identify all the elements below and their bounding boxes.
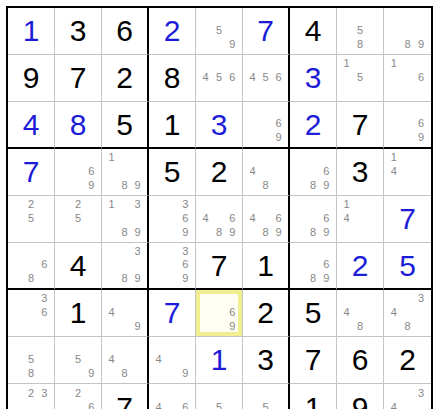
pencil-marks-r5c2: 25 — [55, 196, 101, 242]
cell-r7c6[interactable]: 2 — [243, 290, 290, 337]
candidate-9-r5c3: 9 — [131, 225, 144, 239]
cell-r4c3[interactable]: 189 — [102, 149, 149, 196]
candidate-5-r2c8: 5 — [353, 71, 366, 85]
cell-r5c4[interactable]: 369 — [149, 196, 196, 243]
entered-digit-r1c1: 1 — [23, 16, 40, 46]
candidate-4-r2c6: 4 — [246, 71, 259, 85]
candidate-6-r2c9: 6 — [414, 71, 428, 85]
pencil-marks-r6c7: 689 — [290, 243, 336, 288]
pencil-marks-r7c1: 36 — [8, 290, 54, 336]
given-digit-r3c8: 7 — [352, 110, 369, 140]
candidate-8-r7c8: 8 — [353, 319, 366, 333]
candidate-6-r5c4: 6 — [179, 212, 192, 226]
sudoku-board: 1362597458899728456456315164851369276976… — [6, 6, 433, 409]
cell-r3c1[interactable]: 4 — [8, 102, 55, 149]
candidate-8-r1c8: 8 — [353, 37, 366, 51]
cell-r2c6[interactable]: 456 — [243, 55, 290, 102]
given-digit-r2c1: 9 — [23, 63, 40, 93]
pencil-marks-r6c4: 369 — [149, 243, 195, 288]
candidate-9-r1c5: 9 — [226, 37, 239, 51]
candidate-8-r4c3: 8 — [118, 178, 131, 192]
cell-r4c2[interactable]: 69 — [55, 149, 102, 196]
candidate-9-r5c4: 9 — [179, 225, 192, 239]
given-digit-r4c5: 2 — [211, 157, 228, 187]
cell-r1c8[interactable]: 58 — [337, 8, 384, 55]
cell-r9c8[interactable]: 9 — [337, 384, 384, 409]
entered-digit-r3c5: 3 — [211, 110, 228, 140]
candidate-6-r9c2: 6 — [85, 400, 98, 409]
candidate-8-r6c3: 8 — [118, 272, 131, 285]
cell-r1c1[interactable]: 1 — [8, 8, 55, 55]
candidate-1-r5c8: 1 — [340, 198, 353, 212]
cell-r1c9[interactable]: 89 — [384, 8, 431, 55]
cell-r4c8[interactable]: 3 — [337, 149, 384, 196]
given-digit-r3c4: 1 — [164, 110, 181, 140]
candidate-8-r4c6: 8 — [259, 178, 272, 192]
cell-r3c7[interactable]: 2 — [290, 102, 337, 149]
cell-r2c9[interactable]: 16 — [384, 55, 431, 102]
cell-r9c5[interactable]: 5 — [196, 384, 243, 409]
candidate-3-r6c4: 3 — [179, 245, 192, 258]
candidate-9-r4c7: 9 — [320, 178, 333, 192]
cell-r1c7[interactable]: 4 — [290, 8, 337, 55]
candidate-5-r2c6: 5 — [259, 71, 272, 85]
cell-r2c1[interactable]: 9 — [8, 55, 55, 102]
cell-r6c6[interactable]: 1 — [243, 243, 290, 290]
candidate-6-r3c9: 6 — [414, 117, 428, 130]
pencil-marks-r9c2: 26 — [55, 384, 101, 409]
pencil-marks-r4c2: 69 — [55, 149, 101, 195]
cell-r6c8[interactable]: 2 — [337, 243, 384, 290]
candidate-4-r5c8: 4 — [340, 212, 353, 226]
pencil-marks-r5c3: 1389 — [102, 196, 147, 242]
pencil-marks-r5c1: 25 — [8, 196, 54, 242]
cell-r8c2[interactable]: 59 — [55, 337, 102, 384]
cell-r2c4[interactable]: 8 — [149, 55, 196, 102]
candidate-1-r2c8: 1 — [340, 57, 353, 71]
candidate-8-r5c5: 8 — [212, 225, 225, 239]
candidate-1-r4c9: 1 — [387, 151, 401, 165]
cell-r5c1[interactable]: 25 — [8, 196, 55, 243]
entered-digit-r6c8: 2 — [352, 251, 369, 281]
cell-r2c2[interactable]: 7 — [55, 55, 102, 102]
cell-r8c7[interactable]: 7 — [290, 337, 337, 384]
candidate-9-r8c4: 9 — [179, 366, 192, 380]
cell-r8c3[interactable]: 48 — [102, 337, 149, 384]
given-digit-r6c2: 4 — [70, 251, 87, 281]
cell-r5c9[interactable]: 7 — [384, 196, 431, 243]
candidate-8-r5c3: 8 — [118, 225, 131, 239]
given-digit-r7c6: 2 — [257, 298, 274, 328]
candidate-4-r4c6: 4 — [246, 165, 259, 179]
candidate-6-r4c7: 6 — [320, 165, 333, 179]
pencil-marks-r4c6: 48 — [243, 149, 288, 195]
candidate-9-r6c4: 9 — [179, 272, 192, 285]
pencil-marks-r4c9: 14 — [384, 149, 431, 195]
pencil-marks-r9c1: 23 — [8, 384, 54, 409]
pencil-marks-r7c3: 49 — [102, 290, 147, 336]
candidate-6-r6c1: 6 — [38, 258, 51, 271]
given-digit-r7c7: 5 — [305, 298, 322, 328]
given-digit-r2c4: 8 — [164, 63, 181, 93]
cell-r5c8[interactable]: 14 — [337, 196, 384, 243]
given-digit-r1c3: 6 — [116, 16, 133, 46]
pencil-marks-r8c2: 59 — [55, 337, 101, 383]
entered-digit-r4c1: 7 — [23, 157, 40, 187]
cell-r3c9[interactable]: 69 — [384, 102, 431, 149]
candidate-6-r7c5: 6 — [226, 306, 239, 320]
cell-r5c6[interactable]: 4689 — [243, 196, 290, 243]
given-digit-r3c3: 5 — [116, 110, 133, 140]
cell-r8c5[interactable]: 1 — [196, 337, 243, 384]
cell-r9c3[interactable]: 7 — [102, 384, 149, 409]
entered-digit-r3c7: 2 — [305, 110, 322, 140]
candidate-5-r8c1: 5 — [24, 353, 37, 367]
cell-r7c7[interactable]: 5 — [290, 290, 337, 337]
cell-r7c4[interactable]: 7 — [149, 290, 196, 337]
candidate-9-r1c9: 9 — [414, 37, 428, 51]
pencil-marks-r3c6: 69 — [243, 102, 288, 147]
cell-r5c5[interactable]: 4689 — [196, 196, 243, 243]
candidate-9-r8c2: 9 — [85, 366, 98, 380]
given-digit-r8c7: 7 — [305, 345, 322, 375]
candidate-4-r7c8: 4 — [340, 306, 353, 320]
cell-r8c8[interactable]: 6 — [337, 337, 384, 384]
candidate-3-r7c9: 3 — [414, 292, 428, 306]
given-digit-r2c2: 7 — [70, 63, 87, 93]
given-digit-r4c4: 5 — [164, 157, 181, 187]
entered-digit-r1c6: 7 — [257, 16, 274, 46]
candidate-8-r4c7: 8 — [306, 178, 319, 192]
candidate-3-r9c9: 3 — [414, 386, 428, 400]
candidate-8-r8c1: 8 — [24, 366, 37, 380]
pencil-marks-r2c5: 456 — [196, 55, 242, 101]
candidate-6-r5c5: 6 — [226, 212, 239, 226]
cell-r8c9[interactable]: 2 — [384, 337, 431, 384]
candidate-8-r6c7: 8 — [306, 272, 319, 285]
candidate-6-r5c6: 6 — [272, 212, 285, 226]
cell-r9c1[interactable]: 23 — [8, 384, 55, 409]
pencil-marks-r7c9: 348 — [384, 290, 431, 336]
entered-digit-r3c1: 4 — [23, 110, 40, 140]
candidate-4-r5c5: 4 — [199, 212, 212, 226]
cell-r7c3[interactable]: 49 — [102, 290, 149, 337]
candidate-5-r9c6: 5 — [259, 400, 272, 409]
entered-digit-r1c4: 2 — [164, 16, 181, 46]
candidate-6-r3c6: 6 — [272, 117, 285, 130]
cell-r7c8[interactable]: 48 — [337, 290, 384, 337]
cell-r4c1[interactable]: 7 — [8, 149, 55, 196]
pencil-marks-r9c9: 34 — [384, 384, 431, 409]
cell-r3c6[interactable]: 69 — [243, 102, 290, 149]
cell-r9c9[interactable]: 34 — [384, 384, 431, 409]
given-digit-r6c5: 7 — [211, 251, 228, 281]
cell-r8c4[interactable]: 49 — [149, 337, 196, 384]
cell-r6c1[interactable]: 68 — [8, 243, 55, 290]
pencil-marks-r8c3: 48 — [102, 337, 147, 383]
candidate-1-r5c3: 1 — [105, 198, 118, 212]
given-digit-r2c3: 2 — [116, 63, 133, 93]
cell-r6c7[interactable]: 689 — [290, 243, 337, 290]
cell-r9c4[interactable]: 46 — [149, 384, 196, 409]
given-digit-r9c8: 9 — [352, 393, 369, 409]
cell-r3c4[interactable]: 1 — [149, 102, 196, 149]
cell-r3c2[interactable]: 8 — [55, 102, 102, 149]
candidate-6-r7c1: 6 — [38, 306, 51, 320]
candidate-3-r5c3: 3 — [131, 198, 144, 212]
given-digit-r1c2: 3 — [70, 16, 87, 46]
cell-r1c6[interactable]: 7 — [243, 8, 290, 55]
candidate-3-r7c1: 3 — [38, 292, 51, 306]
cell-r2c8[interactable]: 15 — [337, 55, 384, 102]
entered-digit-r5c9: 7 — [399, 204, 416, 234]
candidate-6-r6c4: 6 — [179, 258, 192, 271]
candidate-4-r4c9: 4 — [387, 165, 401, 179]
candidate-1-r4c3: 1 — [105, 151, 118, 165]
pencil-marks-r6c3: 389 — [102, 243, 147, 288]
cell-r5c2[interactable]: 25 — [55, 196, 102, 243]
entered-digit-r8c5: 1 — [211, 345, 228, 375]
candidate-4-r7c9: 4 — [387, 306, 401, 320]
given-digit-r8c9: 2 — [399, 345, 416, 375]
entered-digit-r6c9: 5 — [399, 251, 416, 281]
given-digit-r6c6: 1 — [257, 251, 274, 281]
candidate-4-r9c9: 4 — [387, 400, 401, 409]
given-digit-r4c8: 3 — [352, 157, 369, 187]
candidate-3-r5c4: 3 — [179, 198, 192, 212]
sudoku-app-window: { "game": "sudoku", "board_size": 9, "po… — [0, 0, 433, 409]
cell-r4c6[interactable]: 48 — [243, 149, 290, 196]
pencil-marks-r7c8: 48 — [337, 290, 383, 336]
pencil-marks-r8c1: 58 — [8, 337, 54, 383]
pencil-marks-r9c4: 46 — [149, 384, 195, 409]
pencil-marks-r5c5: 4689 — [196, 196, 242, 242]
candidate-8-r5c7: 8 — [306, 225, 319, 239]
candidate-8-r6c1: 8 — [24, 272, 37, 285]
pencil-marks-r1c9: 89 — [384, 8, 431, 54]
pencil-marks-r5c4: 369 — [149, 196, 195, 242]
candidate-9-r5c6: 9 — [272, 225, 285, 239]
given-digit-r1c7: 4 — [305, 16, 322, 46]
given-digit-r7c2: 1 — [70, 298, 87, 328]
pencil-marks-r3c9: 69 — [384, 102, 431, 147]
pencil-marks-r9c5: 5 — [196, 384, 242, 409]
cell-r1c5[interactable]: 59 — [196, 8, 243, 55]
candidate-6-r2c5: 6 — [226, 71, 239, 85]
pencil-marks-r4c7: 689 — [290, 149, 336, 195]
cell-r3c8[interactable]: 7 — [337, 102, 384, 149]
cell-r6c4[interactable]: 369 — [149, 243, 196, 290]
given-digit-r8c8: 6 — [352, 345, 369, 375]
pencil-marks-r8c4: 49 — [149, 337, 195, 383]
cell-r7c2[interactable]: 1 — [55, 290, 102, 337]
cell-r8c6[interactable]: 3 — [243, 337, 290, 384]
candidate-5-r9c5: 5 — [212, 400, 225, 409]
candidate-1-r2c9: 1 — [387, 57, 401, 71]
candidate-4-r8c4: 4 — [152, 353, 165, 367]
candidate-8-r8c3: 8 — [118, 366, 131, 380]
candidate-8-r5c6: 8 — [259, 225, 272, 239]
candidate-4-r9c4: 4 — [152, 400, 165, 409]
pencil-marks-r5c6: 4689 — [243, 196, 288, 242]
cell-r1c2[interactable]: 3 — [55, 8, 102, 55]
cell-r6c3[interactable]: 389 — [102, 243, 149, 290]
pencil-marks-r2c9: 16 — [384, 55, 431, 101]
candidate-4-r5c6: 4 — [246, 212, 259, 226]
cell-r4c5[interactable]: 2 — [196, 149, 243, 196]
candidate-6-r6c7: 6 — [320, 258, 333, 271]
candidate-3-r9c1: 3 — [38, 386, 51, 400]
candidate-9-r7c3: 9 — [131, 319, 144, 333]
candidate-9-r4c2: 9 — [85, 178, 98, 192]
candidate-9-r6c7: 9 — [320, 272, 333, 285]
pencil-marks-r4c3: 189 — [102, 149, 147, 195]
candidate-2-r5c2: 2 — [71, 198, 84, 212]
candidate-9-r3c9: 9 — [414, 131, 428, 144]
candidate-6-r9c4: 6 — [179, 400, 192, 409]
cell-r7c1[interactable]: 36 — [8, 290, 55, 337]
candidate-5-r2c5: 5 — [212, 71, 225, 85]
cell-r8c1[interactable]: 58 — [8, 337, 55, 384]
cell-r6c2[interactable]: 4 — [55, 243, 102, 290]
candidate-6-r2c6: 6 — [272, 71, 285, 85]
cell-r9c7[interactable]: 1 — [290, 384, 337, 409]
given-digit-r8c6: 3 — [257, 345, 274, 375]
candidate-9-r7c5: 9 — [226, 319, 239, 333]
candidate-9-r4c3: 9 — [131, 178, 144, 192]
pencil-marks-r1c8: 58 — [337, 8, 383, 54]
cell-r5c3[interactable]: 1389 — [102, 196, 149, 243]
entered-digit-r7c4: 7 — [164, 298, 181, 328]
cell-r9c2[interactable]: 26 — [55, 384, 102, 409]
given-digit-r9c7: 1 — [305, 393, 322, 409]
candidate-2-r5c1: 2 — [24, 198, 37, 212]
cell-r4c7[interactable]: 689 — [290, 149, 337, 196]
candidate-5-r8c2: 5 — [71, 353, 84, 367]
candidate-2-r9c1: 2 — [24, 386, 37, 400]
cell-r2c3[interactable]: 2 — [102, 55, 149, 102]
candidate-9-r5c5: 9 — [226, 225, 239, 239]
pencil-marks-r7c5: 69 — [196, 290, 242, 336]
cell-r3c3[interactable]: 5 — [102, 102, 149, 149]
entered-digit-r3c2: 8 — [70, 110, 87, 140]
candidate-3-r6c3: 3 — [131, 245, 144, 258]
candidate-8-r1c9: 8 — [401, 37, 415, 51]
candidate-2-r9c2: 2 — [71, 386, 84, 400]
cell-r7c9[interactable]: 348 — [384, 290, 431, 337]
cell-r6c5[interactable]: 7 — [196, 243, 243, 290]
cell-r5c7[interactable]: 689 — [290, 196, 337, 243]
candidate-4-r7c3: 4 — [105, 306, 118, 320]
candidate-9-r3c6: 9 — [272, 131, 285, 144]
pencil-marks-r2c8: 15 — [337, 55, 383, 101]
cell-r1c4[interactable]: 2 — [149, 8, 196, 55]
pencil-marks-r6c1: 68 — [8, 243, 54, 288]
candidate-6-r4c2: 6 — [85, 165, 98, 179]
cell-r3c5[interactable]: 3 — [196, 102, 243, 149]
pencil-marks-r1c5: 59 — [196, 8, 242, 54]
pencil-marks-r2c6: 456 — [243, 55, 288, 101]
candidate-6-r5c7: 6 — [320, 212, 333, 226]
candidate-4-r8c3: 4 — [105, 353, 118, 367]
pencil-marks-r5c7: 689 — [290, 196, 336, 242]
given-digit-r9c3: 7 — [116, 393, 133, 409]
candidate-9-r5c7: 9 — [320, 225, 333, 239]
candidate-5-r1c8: 5 — [353, 24, 366, 38]
cell-r2c5[interactable]: 456 — [196, 55, 243, 102]
cell-r2c7[interactable]: 3 — [290, 55, 337, 102]
cell-r7c5[interactable]: 69 — [196, 290, 243, 337]
candidate-8-r7c9: 8 — [401, 319, 415, 333]
candidate-5-r5c2: 5 — [71, 212, 84, 226]
cell-r6c9[interactable]: 5 — [384, 243, 431, 290]
cell-r4c4[interactable]: 5 — [149, 149, 196, 196]
cell-r4c9[interactable]: 14 — [384, 149, 431, 196]
entered-digit-r2c7: 3 — [305, 63, 322, 93]
candidate-9-r6c3: 9 — [131, 272, 144, 285]
pencil-marks-r5c8: 14 — [337, 196, 383, 242]
pencil-marks-r9c6: 5 — [243, 384, 288, 409]
candidate-5-r1c5: 5 — [212, 24, 225, 38]
candidate-5-r5c1: 5 — [24, 212, 37, 226]
cell-r9c6[interactable]: 5 — [243, 384, 290, 409]
cell-r1c3[interactable]: 6 — [102, 8, 149, 55]
candidate-4-r2c5: 4 — [199, 71, 212, 85]
